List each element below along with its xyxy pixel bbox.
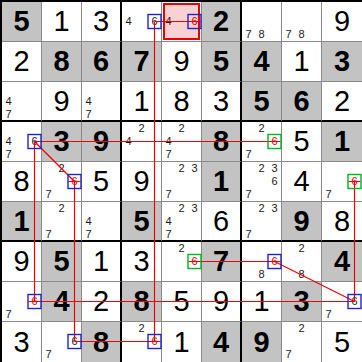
- given-digit: 8: [82, 322, 120, 362]
- candidate-7: 7: [242, 28, 255, 41]
- given-digit: 1: [2, 202, 41, 240]
- solved-digit: 1: [122, 82, 161, 120]
- solved-digit: 9: [2, 242, 41, 281]
- solved-digit: 3: [82, 2, 120, 41]
- cell-r1c4[interactable]: 46: [122, 2, 162, 42]
- candidate-2: 2: [55, 162, 68, 175]
- cell-r6c5[interactable]: 2347: [162, 202, 202, 242]
- cell-r1c1[interactable]: 5: [2, 2, 42, 42]
- cell-r3c8[interactable]: 6: [282, 82, 322, 122]
- cell-r7c4[interactable]: 3: [122, 242, 162, 282]
- cell-r6c7[interactable]: 237: [242, 202, 282, 242]
- solved-digit: 2: [322, 82, 362, 120]
- candidate-2: 2: [295, 322, 308, 335]
- candidate-2: 2: [135, 122, 148, 135]
- solved-digit: 1: [162, 322, 201, 362]
- solved-digit: 1: [42, 2, 81, 41]
- cell-r2c7[interactable]: 4: [242, 42, 282, 82]
- candidate-3: 3: [268, 162, 281, 175]
- solved-digit: 8: [322, 202, 362, 240]
- candidate-7: 7: [82, 108, 95, 121]
- cell-r3c3[interactable]: 47: [82, 82, 122, 122]
- cell-r4c4[interactable]: 24: [122, 122, 162, 162]
- solved-digit: 9: [322, 2, 362, 41]
- cell-r2c3[interactable]: 6: [82, 42, 122, 82]
- solved-digit: 9: [42, 82, 81, 120]
- candidate-7: 7: [2, 308, 15, 321]
- cell-r6c9[interactable]: 8: [322, 202, 362, 242]
- candidate-4: 4: [122, 135, 135, 148]
- candidate-7: 7: [242, 188, 255, 201]
- solved-digit: 3: [122, 242, 161, 281]
- candidate-7: 7: [2, 148, 15, 161]
- cell-r5c5[interactable]: 237: [162, 162, 202, 202]
- candidate-4: 4: [162, 135, 175, 148]
- candidate-6: 6: [268, 175, 281, 188]
- cell-r2c6[interactable]: 5: [202, 42, 242, 82]
- candidate-4: 4: [2, 135, 15, 148]
- candidate-6: 6: [188, 15, 201, 28]
- candidate-2: 2: [255, 162, 268, 175]
- solved-digit: 4: [282, 162, 321, 201]
- candidate-2: 2: [175, 242, 188, 255]
- cell-r9c5[interactable]: 1: [162, 322, 202, 362]
- cell-r9c3[interactable]: 8: [82, 322, 122, 362]
- solved-digit: 2: [82, 282, 120, 321]
- given-digit: 9: [242, 322, 281, 362]
- given-digit: 7: [122, 42, 161, 81]
- candidate-6: 6: [188, 255, 201, 268]
- cell-r1c7[interactable]: 78: [242, 2, 282, 42]
- cell-r9c8[interactable]: 27: [282, 322, 322, 362]
- cell-r8c3[interactable]: 2: [82, 282, 122, 322]
- candidate-7: 7: [282, 28, 295, 41]
- cell-r3c4[interactable]: 1: [122, 82, 162, 122]
- candidate-4: 4: [162, 215, 175, 228]
- cell-r4c8[interactable]: 5: [282, 122, 322, 162]
- solved-digit: 5: [162, 282, 201, 321]
- candidate-8: 8: [295, 268, 308, 281]
- candidate-2: 2: [55, 202, 68, 215]
- given-digit: 3: [42, 122, 81, 161]
- cell-r1c6[interactable]: 2: [202, 2, 242, 42]
- candidate-8: 8: [255, 268, 268, 281]
- candidate-7: 7: [162, 228, 175, 241]
- candidate-7: 7: [242, 228, 255, 241]
- given-digit: 4: [42, 282, 81, 321]
- candidate-6: 6: [28, 135, 41, 148]
- given-digit: 6: [282, 82, 321, 120]
- candidate-2: 2: [295, 242, 308, 255]
- candidate-8: 8: [255, 28, 268, 41]
- cell-r8c1[interactable]: 67: [2, 282, 42, 322]
- cell-r3c2[interactable]: 9: [42, 82, 82, 122]
- cell-r7c8[interactable]: 28: [282, 242, 322, 282]
- candidate-2: 2: [255, 202, 268, 215]
- cell-r1c3[interactable]: 3: [82, 2, 122, 42]
- given-digit: 4: [202, 322, 240, 362]
- candidate-7: 7: [322, 188, 335, 201]
- given-digit: 8: [122, 282, 161, 321]
- cell-r8c4[interactable]: 8: [122, 282, 162, 322]
- solved-digit: 8: [2, 162, 41, 201]
- cell-r6c6[interactable]: 6: [202, 202, 242, 242]
- candidate-6: 6: [268, 135, 281, 148]
- cell-r1c5[interactable]: 46: [162, 2, 202, 42]
- given-digit: 5: [202, 42, 240, 81]
- given-digit: 1: [322, 122, 362, 161]
- cell-r1c9[interactable]: 9: [322, 2, 362, 42]
- cell-r2c2[interactable]: 8: [42, 42, 82, 82]
- cell-r9c4[interactable]: 26: [122, 322, 162, 362]
- cell-r5c7[interactable]: 2367: [242, 162, 282, 202]
- cell-r3c1[interactable]: 47: [2, 82, 42, 122]
- cell-r6c8[interactable]: 9: [282, 202, 322, 242]
- candidate-6: 6: [268, 255, 281, 268]
- cell-r2c8[interactable]: 1: [282, 42, 322, 82]
- given-digit: 5: [242, 82, 281, 120]
- cell-r7c9[interactable]: 4: [322, 242, 362, 282]
- candidate-4: 4: [82, 215, 95, 228]
- given-digit: 5: [122, 202, 161, 240]
- candidate-4: 4: [82, 95, 95, 108]
- candidate-3: 3: [188, 162, 201, 175]
- cell-r4c9[interactable]: 1: [322, 122, 362, 162]
- candidate-4: 4: [162, 15, 175, 28]
- solved-digit: 5: [282, 122, 321, 161]
- solved-digit: 1: [82, 242, 120, 281]
- cell-r4c7[interactable]: 267: [242, 122, 282, 162]
- solved-digit: 1: [282, 42, 321, 81]
- candidate-7: 7: [322, 308, 335, 321]
- given-digit: 5: [42, 242, 81, 281]
- cell-r7c2[interactable]: 5: [42, 242, 82, 282]
- given-digit: 8: [42, 42, 81, 81]
- solved-digit: 8: [162, 82, 201, 120]
- candidate-7: 7: [42, 188, 55, 201]
- candidate-2: 2: [175, 122, 188, 135]
- candidate-4: 4: [2, 95, 15, 108]
- given-digit: 5: [2, 2, 41, 41]
- given-digit: 6: [82, 42, 120, 81]
- cell-r5c2[interactable]: 267: [42, 162, 82, 202]
- cell-r3c5[interactable]: 8: [162, 82, 202, 122]
- cell-r2c4[interactable]: 7: [122, 42, 162, 82]
- given-digit: 9: [82, 122, 120, 161]
- cell-r7c6[interactable]: 7: [202, 242, 242, 282]
- candidate-2: 2: [175, 162, 188, 175]
- cell-r2c5[interactable]: 9: [162, 42, 202, 82]
- cell-r7c7[interactable]: 68: [242, 242, 282, 282]
- cell-r4c2[interactable]: 3: [42, 122, 82, 162]
- cell-r3c9[interactable]: 2: [322, 82, 362, 122]
- cell-r5c4[interactable]: 9: [122, 162, 162, 202]
- solved-digit: 1: [242, 282, 281, 321]
- cell-r5c6[interactable]: 1: [202, 162, 242, 202]
- cell-r5c9[interactable]: 67: [322, 162, 362, 202]
- solved-digit: 6: [202, 202, 240, 240]
- cell-r4c1[interactable]: 467: [2, 122, 42, 162]
- candidate-7: 7: [162, 188, 175, 201]
- cell-r8c9[interactable]: 67: [322, 282, 362, 322]
- solved-digit: 9: [202, 282, 240, 321]
- cell-r5c8[interactable]: 4: [282, 162, 322, 202]
- cell-r9c2[interactable]: 67: [42, 322, 82, 362]
- candidate-6: 6: [148, 335, 161, 348]
- cell-r6c1[interactable]: 1: [2, 202, 42, 242]
- candidate-6: 6: [68, 335, 81, 348]
- sudoku-cells: 5134646278789286795413479471835624673924…: [2, 2, 362, 362]
- cell-r8c7[interactable]: 1: [242, 282, 282, 322]
- cell-r4c6[interactable]: 8: [202, 122, 242, 162]
- candidate-6: 6: [348, 175, 361, 188]
- given-digit: 7: [202, 242, 240, 281]
- candidate-6: 6: [348, 295, 361, 308]
- solved-digit: 9: [122, 162, 161, 201]
- candidate-2: 2: [175, 202, 188, 215]
- solved-digit: 5: [82, 162, 120, 201]
- given-digit: 4: [322, 242, 362, 281]
- candidate-6: 6: [28, 295, 41, 308]
- given-digit: 2: [202, 2, 240, 41]
- given-digit: 4: [242, 42, 281, 81]
- candidate-4: 4: [122, 15, 135, 28]
- given-digit: 9: [282, 202, 321, 240]
- cell-r7c5[interactable]: 26: [162, 242, 202, 282]
- candidate-3: 3: [268, 202, 281, 215]
- cell-r3c6[interactable]: 3: [202, 82, 242, 122]
- candidate-7: 7: [42, 348, 55, 361]
- candidate-7: 7: [42, 228, 55, 241]
- cell-r7c1[interactable]: 9: [2, 242, 42, 282]
- cell-r9c9[interactable]: 5: [322, 322, 362, 362]
- cell-r7c3[interactable]: 1: [82, 242, 122, 282]
- given-digit: 8: [202, 122, 240, 161]
- given-digit: 3: [322, 42, 362, 81]
- candidate-8: 8: [295, 28, 308, 41]
- solved-digit: 9: [162, 42, 201, 81]
- cell-r2c1[interactable]: 2: [2, 42, 42, 82]
- solved-digit: 3: [202, 82, 240, 120]
- cell-r5c3[interactable]: 5: [82, 162, 122, 202]
- candidate-6: 6: [68, 175, 81, 188]
- cell-r8c5[interactable]: 5: [162, 282, 202, 322]
- cell-r2c9[interactable]: 3: [322, 42, 362, 82]
- cell-r5c1[interactable]: 8: [2, 162, 42, 202]
- cell-r9c1[interactable]: 3: [2, 322, 42, 362]
- cell-r9c6[interactable]: 4: [202, 322, 242, 362]
- cell-r6c4[interactable]: 5: [122, 202, 162, 242]
- cell-r9c7[interactable]: 9: [242, 322, 282, 362]
- cell-r6c3[interactable]: 47: [82, 202, 122, 242]
- solved-digit: 2: [2, 42, 41, 81]
- candidate-3: 3: [188, 202, 201, 215]
- candidate-7: 7: [282, 348, 295, 361]
- candidate-2: 2: [135, 322, 148, 335]
- cell-r1c8[interactable]: 78: [282, 2, 322, 42]
- candidate-2: 2: [255, 122, 268, 135]
- cell-r8c8[interactable]: 3: [282, 282, 322, 322]
- candidate-7: 7: [242, 148, 255, 161]
- sudoku-board: 5134646278789286795413479471835624673924…: [0, 0, 362, 362]
- cell-r6c2[interactable]: 27: [42, 202, 82, 242]
- cell-r8c2[interactable]: 4: [42, 282, 82, 322]
- candidate-7: 7: [82, 228, 95, 241]
- candidate-7: 7: [162, 148, 175, 161]
- cell-r1c2[interactable]: 1: [42, 2, 82, 42]
- given-digit: 1: [202, 162, 240, 201]
- cell-r3c7[interactable]: 5: [242, 82, 282, 122]
- cell-r8c6[interactable]: 9: [202, 282, 242, 322]
- candidate-6: 6: [148, 15, 161, 28]
- cell-r4c3[interactable]: 9: [82, 122, 122, 162]
- candidate-7: 7: [2, 108, 15, 121]
- solved-digit: 5: [322, 322, 362, 362]
- given-digit: 3: [282, 282, 321, 321]
- solved-digit: 3: [2, 322, 41, 362]
- cell-r4c5[interactable]: 247: [162, 122, 202, 162]
